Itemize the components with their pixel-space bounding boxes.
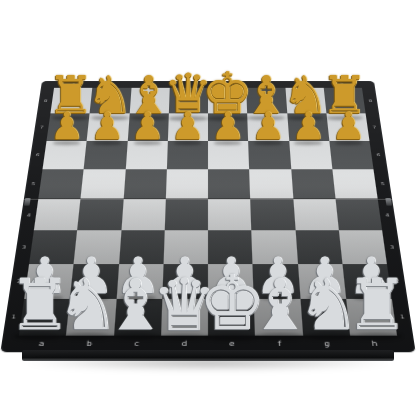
square-a6 xyxy=(43,141,87,169)
hinge-right xyxy=(385,198,392,205)
square-g5 xyxy=(291,169,336,199)
file-label-d: d xyxy=(160,339,208,349)
file-label-far-b: b xyxy=(93,82,132,87)
square-b8 xyxy=(90,88,131,114)
square-e6 xyxy=(208,141,249,169)
square-b6 xyxy=(84,141,127,169)
hinge-left xyxy=(24,198,31,205)
square-d6 xyxy=(167,141,208,169)
square-g1 xyxy=(300,299,350,336)
square-e5 xyxy=(208,169,250,199)
square-h7 xyxy=(326,114,369,141)
square-f2 xyxy=(253,264,300,299)
file-label-far-e: e xyxy=(208,82,246,87)
file-label-far-d: d xyxy=(170,82,208,87)
file-label-far-f: f xyxy=(246,82,285,87)
rank-label-6: 6 xyxy=(372,141,386,169)
square-g8 xyxy=(285,88,326,114)
file-label-a: a xyxy=(17,339,66,349)
board-shadow xyxy=(26,357,390,371)
product-photo-chess-set: { "game": "chess", "position": { "fen": … xyxy=(0,0,416,416)
square-d7 xyxy=(168,114,208,141)
file-label-far-g: g xyxy=(285,82,324,87)
square-a7 xyxy=(47,114,90,141)
rank-label-2: 2 xyxy=(389,264,405,299)
square-d3 xyxy=(163,230,208,263)
square-b5 xyxy=(81,169,126,199)
square-f4 xyxy=(250,199,295,230)
square-b1 xyxy=(66,299,116,336)
square-f3 xyxy=(252,230,298,263)
square-f6 xyxy=(248,141,290,169)
file-label-b: b xyxy=(65,339,113,349)
square-h1 xyxy=(346,299,397,336)
square-a3 xyxy=(29,230,77,263)
square-c6 xyxy=(125,141,167,169)
square-e7 xyxy=(208,114,248,141)
square-c1 xyxy=(113,299,162,336)
board-fold-seam xyxy=(24,198,393,200)
file-label-far-h: h xyxy=(323,82,362,87)
square-h3 xyxy=(339,230,387,263)
square-a5 xyxy=(38,169,84,199)
square-d1 xyxy=(161,299,208,336)
rank-label-8: 8 xyxy=(364,88,377,114)
file-label-c: c xyxy=(113,339,161,349)
chess-board-playfield xyxy=(19,88,397,336)
square-d2 xyxy=(162,264,208,299)
file-label-f: f xyxy=(255,339,303,349)
square-a4 xyxy=(34,199,81,230)
square-e4 xyxy=(208,199,252,230)
square-c4 xyxy=(121,199,166,230)
square-a1 xyxy=(19,299,70,336)
file-label-far-a: a xyxy=(54,82,93,87)
file-label-h: h xyxy=(350,339,399,349)
square-f1 xyxy=(254,299,303,336)
file-labels-bottom: abcdefgh xyxy=(17,339,399,349)
square-b2 xyxy=(70,264,118,299)
rank-label-1: 1 xyxy=(394,299,410,336)
chess-board-grid xyxy=(19,88,397,336)
square-c7 xyxy=(127,114,168,141)
square-g6 xyxy=(289,141,332,169)
square-a8 xyxy=(50,88,92,114)
square-e2 xyxy=(208,264,254,299)
square-c5 xyxy=(123,169,166,199)
square-e8 xyxy=(208,88,247,114)
file-labels-top: abcdefgh xyxy=(54,82,362,87)
square-c8 xyxy=(129,88,169,114)
square-b7 xyxy=(87,114,129,141)
square-d5 xyxy=(166,169,208,199)
file-label-far-c: c xyxy=(131,82,170,87)
square-b3 xyxy=(74,230,121,263)
rank-label-7: 7 xyxy=(368,114,381,141)
square-h5 xyxy=(332,169,378,199)
chess-board: abcdefgh abcdefgh 87654321 87654321 xyxy=(0,81,415,352)
square-g4 xyxy=(293,199,339,230)
square-f7 xyxy=(247,114,288,141)
square-a2 xyxy=(24,264,74,299)
square-e1 xyxy=(208,299,255,336)
square-c2 xyxy=(116,264,163,299)
square-b4 xyxy=(77,199,123,230)
square-c3 xyxy=(119,230,165,263)
square-g7 xyxy=(287,114,329,141)
rank-label-5: 5 xyxy=(376,169,390,199)
square-h8 xyxy=(323,88,365,114)
square-f8 xyxy=(246,88,286,114)
square-h2 xyxy=(342,264,392,299)
rank-label-3: 3 xyxy=(384,230,399,263)
square-f5 xyxy=(249,169,292,199)
file-label-g: g xyxy=(303,339,351,349)
square-g2 xyxy=(297,264,345,299)
square-g3 xyxy=(295,230,342,263)
square-d4 xyxy=(164,199,208,230)
file-label-e: e xyxy=(208,339,256,349)
square-e3 xyxy=(208,230,253,263)
square-h4 xyxy=(335,199,382,230)
square-d8 xyxy=(169,88,208,114)
square-h6 xyxy=(329,141,373,169)
